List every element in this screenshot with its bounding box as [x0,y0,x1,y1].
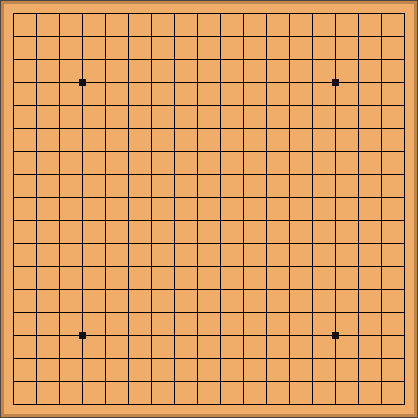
intersection[interactable] [140,232,163,255]
intersection[interactable] [2,71,25,94]
intersection[interactable] [209,48,232,71]
intersection[interactable] [163,232,186,255]
intersection[interactable] [2,163,25,186]
intersection[interactable] [48,117,71,140]
intersection[interactable] [347,140,370,163]
intersection[interactable] [393,347,416,370]
intersection[interactable] [94,117,117,140]
intersection[interactable] [94,163,117,186]
intersection[interactable] [278,140,301,163]
intersection[interactable] [393,163,416,186]
intersection[interactable] [140,301,163,324]
intersection[interactable] [117,370,140,393]
intersection[interactable] [232,71,255,94]
intersection[interactable] [94,370,117,393]
intersection[interactable] [301,278,324,301]
intersection[interactable] [370,347,393,370]
intersection[interactable] [278,117,301,140]
intersection[interactable] [186,278,209,301]
intersection[interactable] [301,370,324,393]
intersection[interactable] [209,186,232,209]
intersection[interactable] [370,232,393,255]
intersection[interactable] [370,255,393,278]
intersection[interactable] [301,94,324,117]
intersection[interactable] [117,301,140,324]
intersection[interactable] [232,140,255,163]
intersection[interactable] [232,2,255,25]
intersection[interactable] [71,140,94,163]
intersection[interactable] [393,370,416,393]
intersection[interactable] [347,163,370,186]
intersection[interactable] [209,324,232,347]
intersection[interactable] [25,278,48,301]
intersection[interactable] [209,2,232,25]
intersection[interactable] [324,48,347,71]
intersection[interactable] [393,393,416,416]
intersection[interactable] [324,71,347,94]
intersection[interactable] [140,324,163,347]
intersection[interactable] [71,48,94,71]
intersection[interactable] [94,324,117,347]
intersection[interactable] [71,255,94,278]
intersection[interactable] [25,163,48,186]
intersection[interactable] [255,278,278,301]
intersection[interactable] [324,324,347,347]
intersection[interactable] [2,117,25,140]
intersection[interactable] [48,48,71,71]
intersection[interactable] [209,117,232,140]
intersection[interactable] [163,347,186,370]
intersection[interactable] [255,2,278,25]
intersection[interactable] [278,301,301,324]
intersection[interactable] [393,278,416,301]
intersection[interactable] [278,232,301,255]
intersection[interactable] [324,393,347,416]
intersection[interactable] [94,393,117,416]
intersection[interactable] [94,301,117,324]
intersection[interactable] [301,347,324,370]
intersection[interactable] [48,94,71,117]
intersection[interactable] [232,347,255,370]
intersection[interactable] [2,301,25,324]
intersection[interactable] [94,278,117,301]
intersection[interactable] [140,48,163,71]
intersection[interactable] [94,255,117,278]
intersection[interactable] [48,324,71,347]
intersection[interactable] [232,163,255,186]
intersection[interactable] [301,186,324,209]
intersection[interactable] [255,255,278,278]
intersection[interactable] [140,278,163,301]
intersection[interactable] [2,370,25,393]
intersection[interactable] [94,232,117,255]
intersection[interactable] [163,255,186,278]
intersection[interactable] [117,278,140,301]
intersection[interactable] [301,324,324,347]
intersection[interactable] [393,25,416,48]
intersection[interactable] [324,209,347,232]
intersection[interactable] [117,140,140,163]
intersection[interactable] [255,209,278,232]
intersection[interactable] [186,140,209,163]
intersection[interactable] [25,2,48,25]
intersection[interactable] [232,186,255,209]
intersection[interactable] [94,209,117,232]
intersection[interactable] [71,94,94,117]
intersection[interactable] [186,347,209,370]
intersection[interactable] [301,209,324,232]
intersection[interactable] [71,232,94,255]
intersection[interactable] [255,370,278,393]
intersection[interactable] [25,301,48,324]
intersection[interactable] [163,25,186,48]
intersection[interactable] [186,94,209,117]
intersection[interactable] [278,48,301,71]
intersection[interactable] [278,324,301,347]
intersection[interactable] [209,301,232,324]
intersection[interactable] [140,393,163,416]
intersection[interactable] [163,278,186,301]
intersection[interactable] [324,25,347,48]
intersection[interactable] [2,347,25,370]
intersection[interactable] [48,278,71,301]
intersection[interactable] [163,393,186,416]
intersection[interactable] [140,255,163,278]
intersection[interactable] [186,209,209,232]
intersection[interactable] [370,209,393,232]
intersection[interactable] [48,232,71,255]
intersection[interactable] [393,209,416,232]
intersection[interactable] [186,301,209,324]
intersection[interactable] [2,393,25,416]
intersection[interactable] [347,370,370,393]
intersection[interactable] [94,94,117,117]
intersection[interactable] [301,2,324,25]
intersection[interactable] [278,2,301,25]
intersection[interactable] [140,2,163,25]
intersection[interactable] [186,25,209,48]
intersection[interactable] [324,255,347,278]
intersection[interactable] [25,117,48,140]
intersection[interactable] [48,255,71,278]
intersection[interactable] [94,25,117,48]
intersection[interactable] [163,209,186,232]
intersection[interactable] [48,347,71,370]
intersection[interactable] [2,324,25,347]
intersection[interactable] [209,94,232,117]
intersection[interactable] [347,278,370,301]
intersection[interactable] [71,278,94,301]
intersection[interactable] [324,117,347,140]
intersection[interactable] [209,163,232,186]
intersection[interactable] [117,71,140,94]
intersection[interactable] [71,370,94,393]
intersection[interactable] [140,370,163,393]
intersection[interactable] [48,209,71,232]
intersection[interactable] [255,393,278,416]
intersection[interactable] [140,25,163,48]
intersection[interactable] [186,48,209,71]
intersection[interactable] [324,2,347,25]
intersection[interactable] [278,393,301,416]
intersection[interactable] [393,94,416,117]
intersection[interactable] [71,209,94,232]
intersection[interactable] [2,48,25,71]
intersection[interactable] [301,393,324,416]
intersection[interactable] [25,232,48,255]
intersection[interactable] [94,48,117,71]
intersection[interactable] [94,347,117,370]
intersection[interactable] [94,140,117,163]
intersection[interactable] [347,2,370,25]
intersection[interactable] [255,140,278,163]
intersection[interactable] [25,186,48,209]
intersection[interactable] [117,393,140,416]
intersection[interactable] [186,255,209,278]
intersection[interactable] [393,232,416,255]
intersection[interactable] [117,255,140,278]
intersection[interactable] [163,71,186,94]
intersection[interactable] [232,48,255,71]
intersection[interactable] [94,186,117,209]
intersection[interactable] [186,393,209,416]
intersection[interactable] [255,163,278,186]
intersection[interactable] [2,186,25,209]
intersection[interactable] [324,232,347,255]
intersection[interactable] [25,324,48,347]
intersection[interactable] [324,163,347,186]
intersection[interactable] [278,94,301,117]
intersection[interactable] [117,347,140,370]
intersection[interactable] [278,71,301,94]
intersection[interactable] [347,255,370,278]
intersection[interactable] [209,393,232,416]
intersection[interactable] [347,232,370,255]
intersection[interactable] [232,324,255,347]
intersection[interactable] [140,347,163,370]
intersection[interactable] [255,25,278,48]
intersection[interactable] [117,117,140,140]
intersection[interactable] [163,117,186,140]
intersection[interactable] [25,370,48,393]
intersection[interactable] [278,255,301,278]
intersection[interactable] [209,25,232,48]
intersection[interactable] [232,370,255,393]
intersection[interactable] [278,186,301,209]
intersection[interactable] [347,209,370,232]
intersection[interactable] [209,140,232,163]
intersection[interactable] [209,255,232,278]
intersection[interactable] [71,186,94,209]
intersection[interactable] [324,186,347,209]
intersection[interactable] [301,163,324,186]
intersection[interactable] [232,209,255,232]
intersection[interactable] [71,163,94,186]
intersection[interactable] [370,117,393,140]
intersection[interactable] [278,163,301,186]
intersection[interactable] [25,25,48,48]
intersection[interactable] [370,186,393,209]
intersection[interactable] [347,71,370,94]
intersection[interactable] [370,48,393,71]
intersection[interactable] [278,25,301,48]
intersection[interactable] [25,48,48,71]
intersection[interactable] [71,117,94,140]
intersection[interactable] [370,140,393,163]
intersection[interactable] [301,232,324,255]
intersection[interactable] [393,186,416,209]
intersection[interactable] [370,2,393,25]
intersection[interactable] [301,117,324,140]
intersection[interactable] [117,232,140,255]
intersection[interactable] [140,71,163,94]
intersection[interactable] [71,301,94,324]
intersection[interactable] [324,140,347,163]
intersection[interactable] [25,71,48,94]
intersection[interactable] [186,117,209,140]
intersection[interactable] [117,2,140,25]
intersection[interactable] [232,25,255,48]
intersection[interactable] [163,48,186,71]
intersection[interactable] [232,393,255,416]
intersection[interactable] [393,255,416,278]
intersection[interactable] [347,48,370,71]
intersection[interactable] [370,163,393,186]
intersection[interactable] [140,140,163,163]
intersection[interactable] [2,94,25,117]
intersection[interactable] [324,301,347,324]
intersection[interactable] [278,370,301,393]
intersection[interactable] [117,94,140,117]
intersection[interactable] [209,278,232,301]
intersection[interactable] [117,163,140,186]
intersection[interactable] [94,71,117,94]
intersection[interactable] [347,117,370,140]
intersection[interactable] [71,71,94,94]
intersection[interactable] [48,71,71,94]
intersection[interactable] [370,370,393,393]
intersection[interactable] [301,25,324,48]
intersection[interactable] [255,71,278,94]
intersection[interactable] [140,163,163,186]
intersection[interactable] [255,186,278,209]
intersection[interactable] [25,393,48,416]
intersection[interactable] [94,2,117,25]
intersection[interactable] [232,278,255,301]
intersection[interactable] [117,25,140,48]
intersection[interactable] [255,117,278,140]
intersection[interactable] [48,370,71,393]
intersection[interactable] [209,232,232,255]
intersection[interactable] [186,186,209,209]
intersection[interactable] [163,140,186,163]
intersection[interactable] [25,94,48,117]
intersection[interactable] [393,140,416,163]
intersection[interactable] [2,232,25,255]
intersection[interactable] [347,301,370,324]
intersection[interactable] [209,370,232,393]
intersection[interactable] [71,25,94,48]
intersection[interactable] [117,48,140,71]
intersection[interactable] [393,301,416,324]
intersection[interactable] [393,71,416,94]
intersection[interactable] [163,301,186,324]
intersection[interactable] [370,25,393,48]
intersection[interactable] [255,232,278,255]
intersection[interactable] [301,255,324,278]
intersection[interactable] [186,71,209,94]
intersection[interactable] [186,232,209,255]
intersection[interactable] [324,347,347,370]
intersection[interactable] [140,94,163,117]
intersection[interactable] [370,278,393,301]
intersection[interactable] [2,140,25,163]
intersection[interactable] [48,2,71,25]
intersection[interactable] [255,94,278,117]
intersection[interactable] [71,324,94,347]
intersection[interactable] [140,186,163,209]
intersection[interactable] [324,94,347,117]
intersection[interactable] [163,94,186,117]
intersection[interactable] [25,255,48,278]
intersection[interactable] [347,25,370,48]
intersection[interactable] [209,347,232,370]
intersection[interactable] [71,393,94,416]
intersection[interactable] [186,370,209,393]
intersection[interactable] [232,232,255,255]
intersection[interactable] [25,347,48,370]
intersection[interactable] [347,186,370,209]
intersection[interactable] [393,2,416,25]
intersection[interactable] [48,163,71,186]
intersection[interactable] [347,347,370,370]
intersection[interactable] [232,94,255,117]
intersection[interactable] [347,324,370,347]
intersection[interactable] [278,209,301,232]
intersection[interactable] [232,117,255,140]
intersection[interactable] [2,278,25,301]
intersection[interactable] [393,324,416,347]
intersection[interactable] [209,209,232,232]
intersection[interactable] [370,301,393,324]
intersection[interactable] [48,140,71,163]
intersection[interactable] [301,71,324,94]
intersection[interactable] [186,2,209,25]
intersection[interactable] [255,48,278,71]
intersection[interactable] [255,347,278,370]
intersection[interactable] [370,94,393,117]
intersection[interactable] [393,48,416,71]
intersection[interactable] [347,393,370,416]
intersection[interactable] [301,301,324,324]
intersection[interactable] [301,48,324,71]
intersection[interactable] [324,278,347,301]
intersection[interactable] [71,2,94,25]
intersection[interactable] [163,163,186,186]
intersection[interactable] [117,209,140,232]
intersection[interactable] [2,25,25,48]
intersection[interactable] [48,301,71,324]
intersection[interactable] [117,324,140,347]
intersection[interactable] [2,2,25,25]
intersection[interactable] [255,324,278,347]
intersection[interactable] [232,301,255,324]
intersection[interactable] [71,347,94,370]
intersection[interactable] [48,186,71,209]
intersection[interactable] [48,25,71,48]
intersection[interactable] [2,255,25,278]
intersection[interactable] [186,324,209,347]
